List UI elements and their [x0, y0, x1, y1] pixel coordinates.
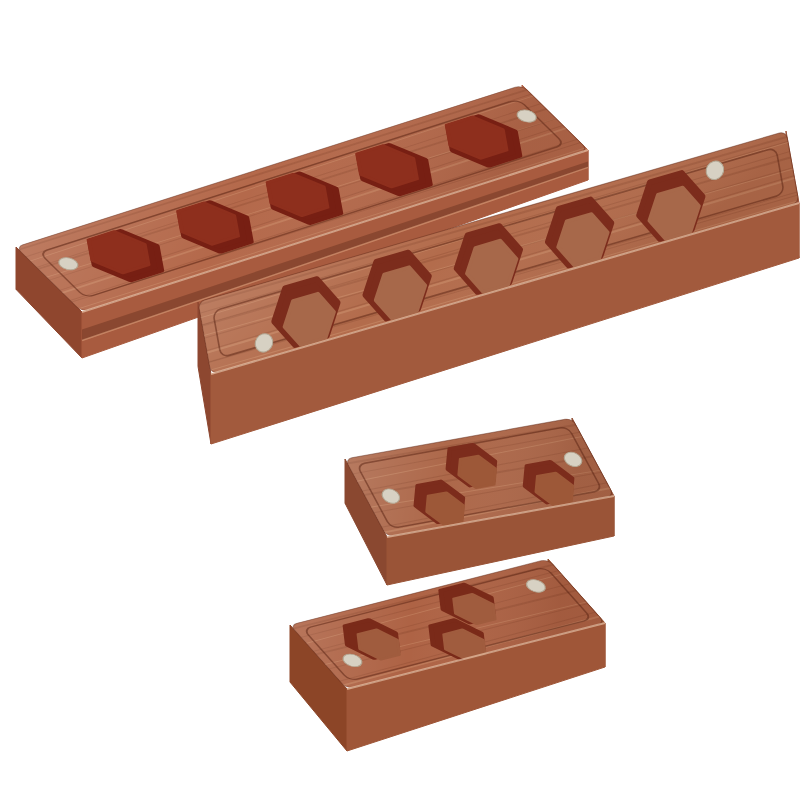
small-tray-upper — [341, 417, 618, 585]
dice-tray-product-photo — [0, 0, 800, 800]
product-photo-stage — [0, 0, 800, 800]
small-tray-lower — [286, 558, 609, 751]
